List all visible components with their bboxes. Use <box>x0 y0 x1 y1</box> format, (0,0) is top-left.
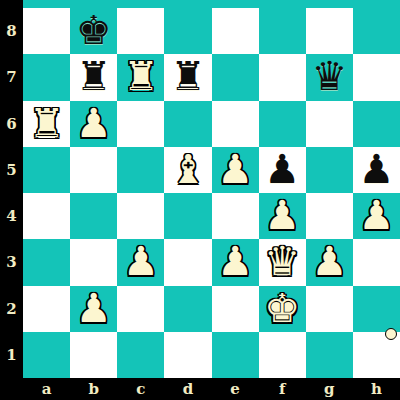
square-c5[interactable] <box>117 147 164 193</box>
piece-black-rook[interactable]: ♜ <box>170 56 206 96</box>
square-e3[interactable]: ♟ <box>212 239 259 285</box>
square-d4[interactable] <box>164 193 211 239</box>
rank-label-2: 2 <box>0 286 23 332</box>
rank-label-7: 7 <box>0 54 23 100</box>
piece-white-rook[interactable]: ♜ <box>29 103 65 143</box>
piece-white-pawn[interactable]: ♟ <box>123 241 159 281</box>
square-f6[interactable] <box>259 101 306 147</box>
square-e8[interactable] <box>212 8 259 54</box>
rank-label-3: 3 <box>0 239 23 285</box>
rank-label-5: 5 <box>0 147 23 193</box>
square-f1[interactable] <box>259 332 306 378</box>
file-label-b: b <box>70 378 117 400</box>
file-label-e: e <box>212 378 259 400</box>
square-h6[interactable] <box>353 101 400 147</box>
square-e7[interactable] <box>212 54 259 100</box>
square-a2[interactable] <box>23 286 70 332</box>
square-a3[interactable] <box>23 239 70 285</box>
square-d1[interactable] <box>164 332 211 378</box>
square-g3[interactable]: ♟ <box>306 239 353 285</box>
square-c6[interactable] <box>117 101 164 147</box>
square-c2[interactable] <box>117 286 164 332</box>
file-label-h: h <box>353 378 400 400</box>
square-a4[interactable] <box>23 193 70 239</box>
square-b8[interactable]: ♚ <box>70 8 117 54</box>
piece-white-pawn[interactable]: ♟ <box>311 241 347 281</box>
rank-label-4: 4 <box>0 193 23 239</box>
square-h3[interactable] <box>353 239 400 285</box>
white-to-move-indicator <box>385 328 397 340</box>
square-d8[interactable] <box>164 8 211 54</box>
piece-white-pawn[interactable]: ♟ <box>264 195 300 235</box>
piece-white-bishop[interactable]: ♝ <box>170 149 206 189</box>
square-e2[interactable] <box>212 286 259 332</box>
square-e1[interactable] <box>212 332 259 378</box>
square-c8[interactable] <box>117 8 164 54</box>
rank-labels-gutter: 87654321 <box>0 8 23 378</box>
square-b7[interactable]: ♜ <box>70 54 117 100</box>
square-d5[interactable]: ♝ <box>164 147 211 193</box>
square-h5[interactable]: ♟ <box>353 147 400 193</box>
board-top-border <box>23 0 400 8</box>
square-d7[interactable]: ♜ <box>164 54 211 100</box>
piece-white-queen[interactable]: ♛ <box>264 241 300 281</box>
square-a8[interactable] <box>23 8 70 54</box>
square-h7[interactable] <box>353 54 400 100</box>
piece-black-pawn[interactable]: ♟ <box>264 149 300 189</box>
square-c1[interactable] <box>117 332 164 378</box>
rank-label-8: 8 <box>0 8 23 54</box>
square-b4[interactable] <box>70 193 117 239</box>
square-d6[interactable] <box>164 101 211 147</box>
square-a1[interactable] <box>23 332 70 378</box>
square-b2[interactable]: ♟ <box>70 286 117 332</box>
square-b6[interactable]: ♟ <box>70 101 117 147</box>
square-d3[interactable] <box>164 239 211 285</box>
piece-white-pawn[interactable]: ♟ <box>76 288 112 328</box>
file-label-g: g <box>306 378 353 400</box>
rank-label-1: 1 <box>0 332 23 378</box>
piece-white-pawn[interactable]: ♟ <box>76 103 112 143</box>
piece-black-pawn[interactable]: ♟ <box>359 149 395 189</box>
piece-black-queen[interactable]: ♛ <box>311 56 347 96</box>
square-h4[interactable]: ♟ <box>353 193 400 239</box>
square-e6[interactable] <box>212 101 259 147</box>
square-g1[interactable] <box>306 332 353 378</box>
piece-white-pawn[interactable]: ♟ <box>217 241 253 281</box>
square-f8[interactable] <box>259 8 306 54</box>
square-b1[interactable] <box>70 332 117 378</box>
square-e4[interactable] <box>212 193 259 239</box>
square-h2[interactable] <box>353 286 400 332</box>
chess-board[interactable]: ♚♜♜♜♛♜♟♝♟♟♟♟♟♟♟♛♟♟♚ <box>23 8 400 378</box>
piece-black-rook[interactable]: ♜ <box>76 56 112 96</box>
square-a5[interactable] <box>23 147 70 193</box>
square-d2[interactable] <box>164 286 211 332</box>
square-f3[interactable]: ♛ <box>259 239 306 285</box>
square-f5[interactable]: ♟ <box>259 147 306 193</box>
file-label-f: f <box>259 378 306 400</box>
file-label-d: d <box>164 378 211 400</box>
square-g6[interactable] <box>306 101 353 147</box>
piece-black-king[interactable]: ♚ <box>76 10 112 50</box>
rank-label-6: 6 <box>0 101 23 147</box>
file-labels-gutter: abcdefgh <box>23 378 400 400</box>
square-g2[interactable] <box>306 286 353 332</box>
square-g8[interactable] <box>306 8 353 54</box>
square-f2[interactable]: ♚ <box>259 286 306 332</box>
file-label-a: a <box>23 378 70 400</box>
square-h8[interactable] <box>353 8 400 54</box>
square-e5[interactable]: ♟ <box>212 147 259 193</box>
square-c4[interactable] <box>117 193 164 239</box>
square-f7[interactable] <box>259 54 306 100</box>
square-g5[interactable] <box>306 147 353 193</box>
piece-white-rook[interactable]: ♜ <box>123 56 159 96</box>
square-f4[interactable]: ♟ <box>259 193 306 239</box>
square-b3[interactable] <box>70 239 117 285</box>
chess-board-screenshot: 87654321 ♚♜♜♜♛♜♟♝♟♟♟♟♟♟♟♛♟♟♚ abcdefgh <box>0 0 400 400</box>
square-b5[interactable] <box>70 147 117 193</box>
file-label-c: c <box>117 378 164 400</box>
square-c7[interactable]: ♜ <box>117 54 164 100</box>
square-a7[interactable] <box>23 54 70 100</box>
square-c3[interactable]: ♟ <box>117 239 164 285</box>
piece-white-king[interactable]: ♚ <box>264 288 300 328</box>
piece-white-pawn[interactable]: ♟ <box>217 149 253 189</box>
piece-white-pawn[interactable]: ♟ <box>359 195 395 235</box>
square-g4[interactable] <box>306 193 353 239</box>
square-g7[interactable]: ♛ <box>306 54 353 100</box>
square-a6[interactable]: ♜ <box>23 101 70 147</box>
